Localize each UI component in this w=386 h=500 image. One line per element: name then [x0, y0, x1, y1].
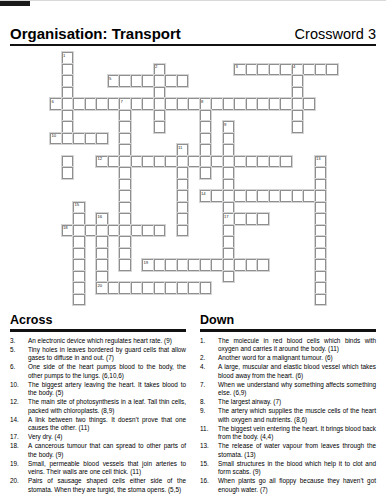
grid-cell[interactable]	[315, 190, 327, 202]
clue-item-text: Small, permeable blood vessels that join…	[23, 460, 186, 477]
blocked-cell	[188, 167, 200, 179]
grid-cell[interactable]	[246, 213, 258, 225]
grid-cell[interactable]	[119, 75, 131, 87]
grid-cell[interactable]	[142, 156, 154, 168]
grid-cell[interactable]	[119, 190, 131, 202]
blocked-cell	[269, 167, 281, 179]
grid-cell[interactable]	[257, 98, 269, 110]
grid-cell[interactable]	[188, 282, 200, 294]
clue-item: 11.The biggest vein entering the heart. …	[200, 425, 376, 442]
grid-cell[interactable]	[131, 282, 143, 294]
grid-cell[interactable]	[177, 75, 189, 87]
grid-cell[interactable]: 20	[96, 282, 108, 294]
blocked-cell	[154, 202, 166, 214]
blocked-cell	[96, 144, 108, 156]
blocked-cell	[280, 236, 292, 248]
grid-cell[interactable]	[96, 133, 108, 145]
grid-cell[interactable]	[200, 259, 212, 271]
grid-cell[interactable]	[188, 259, 200, 271]
grid-cell[interactable]	[188, 156, 200, 168]
grid-cell[interactable]	[62, 64, 74, 76]
grid-cell[interactable]	[303, 64, 315, 76]
grid-cell[interactable]	[96, 259, 108, 271]
grid-cell[interactable]	[292, 98, 304, 110]
blocked-cell	[73, 110, 85, 122]
grid-cell[interactable]	[177, 225, 189, 237]
grid-cell[interactable]	[131, 98, 143, 110]
grid-cell[interactable]	[73, 213, 85, 225]
clue-item-number: 17.	[10, 433, 23, 442]
grid-cell[interactable]	[211, 190, 223, 202]
blocked-cell	[292, 248, 304, 260]
blocked-cell	[292, 213, 304, 225]
grid-cell[interactable]	[246, 259, 258, 271]
blocked-cell	[234, 248, 246, 260]
grid-cell[interactable]	[73, 294, 85, 306]
grid-cell[interactable]	[73, 271, 85, 283]
grid-cell[interactable]	[73, 248, 85, 260]
blocked-cell	[142, 236, 154, 248]
grid-cell[interactable]	[96, 248, 108, 260]
grid-cell[interactable]	[119, 248, 131, 260]
blocked-cell	[246, 271, 258, 283]
clue-item-text: The main site of photosynthesis in a lea…	[23, 398, 186, 415]
header-rule	[10, 44, 376, 46]
blocked-cell	[326, 133, 338, 145]
blocked-cell	[280, 167, 292, 179]
blocked-cell	[269, 179, 281, 191]
grid-cell[interactable]	[119, 282, 131, 294]
blocked-cell	[50, 52, 62, 64]
grid-cell[interactable]: 6	[50, 98, 62, 110]
grid-cell[interactable]	[234, 213, 246, 225]
grid-cell[interactable]	[108, 156, 120, 168]
grid-cell[interactable]	[62, 75, 74, 87]
grid-cell[interactable]: 17	[223, 213, 235, 225]
blocked-cell	[154, 271, 166, 283]
blocked-cell	[131, 236, 143, 248]
blocked-cell	[131, 179, 143, 191]
grid-cell[interactable]	[154, 282, 166, 294]
blocked-cell	[142, 121, 154, 133]
grid-cell[interactable]	[246, 98, 258, 110]
grid-cell[interactable]: 5	[108, 75, 120, 87]
grid-cell[interactable]	[85, 98, 97, 110]
grid-cell[interactable]	[315, 225, 327, 237]
grid-cell[interactable]: 10	[50, 133, 62, 145]
grid-cell[interactable]	[280, 98, 292, 110]
grid-cell[interactable]	[223, 225, 235, 237]
blocked-cell	[131, 202, 143, 214]
blocked-cell	[188, 64, 200, 76]
grid-cell[interactable]	[211, 98, 223, 110]
clue-item-number: 10.	[10, 381, 23, 398]
grid-cell[interactable]	[96, 98, 108, 110]
grid-cell[interactable]: 13	[315, 156, 327, 168]
grid-cell[interactable]	[62, 133, 74, 145]
grid-cell[interactable]	[315, 236, 327, 248]
blocked-cell	[108, 179, 120, 191]
grid-cell[interactable]	[154, 98, 166, 110]
blocked-cell	[280, 294, 292, 306]
grid-cell[interactable]	[200, 167, 212, 179]
blocked-cell	[177, 52, 189, 64]
clue-item-text: A large, muscular and elastic blood vess…	[213, 363, 376, 380]
grid-cell[interactable]	[257, 259, 269, 271]
blocked-cell	[73, 52, 85, 64]
grid-cell[interactable]	[177, 259, 189, 271]
blocked-cell	[200, 225, 212, 237]
grid-cell[interactable]	[246, 64, 258, 76]
blocked-cell	[108, 271, 120, 283]
grid-cell[interactable]	[131, 225, 143, 237]
blocked-cell	[269, 110, 281, 122]
blocked-cell	[188, 144, 200, 156]
grid-cell[interactable]: 1	[62, 52, 74, 64]
grid-cell[interactable]: 9	[223, 121, 235, 133]
grid-cell[interactable]	[246, 156, 258, 168]
grid-cell[interactable]: 7	[119, 98, 131, 110]
grid-cell[interactable]	[154, 110, 166, 122]
blocked-cell	[50, 202, 62, 214]
grid-cell[interactable]	[177, 202, 189, 214]
grid-cell[interactable]	[223, 202, 235, 214]
grid-cell[interactable]	[154, 156, 166, 168]
grid-cell[interactable]	[326, 64, 338, 76]
blocked-cell	[269, 144, 281, 156]
grid-cell[interactable]	[73, 225, 85, 237]
grid-cell[interactable]: 14	[200, 190, 212, 202]
blocked-cell	[303, 248, 315, 260]
grid-cell[interactable]	[223, 190, 235, 202]
grid-cell[interactable]	[315, 271, 327, 283]
clue-item-number: 18.	[10, 442, 23, 459]
grid-cell[interactable]	[131, 75, 143, 87]
blocked-cell	[154, 248, 166, 260]
grid-cell[interactable]	[234, 156, 246, 168]
clue-item-text: When we understand why something affects…	[213, 381, 376, 398]
clue-item: 1.The molecule in red blood cells which …	[200, 337, 376, 354]
blocked-cell	[234, 52, 246, 64]
grid-cell[interactable]	[62, 121, 74, 133]
grid-cell[interactable]	[119, 144, 131, 156]
blocked-cell	[280, 87, 292, 99]
clue-item: 3.An electronic device which regulates h…	[10, 337, 186, 346]
blocked-cell	[211, 144, 223, 156]
grid-cell[interactable]	[200, 110, 212, 122]
blocked-cell	[315, 144, 327, 156]
grid-cell[interactable]	[315, 167, 327, 179]
grid-cell[interactable]	[119, 133, 131, 145]
blocked-cell	[108, 167, 120, 179]
blocked-cell	[50, 282, 62, 294]
grid-cell[interactable]	[292, 190, 304, 202]
grid-cell[interactable]	[165, 156, 177, 168]
grid-cell[interactable]	[177, 167, 189, 179]
grid-cell[interactable]	[165, 282, 177, 294]
blocked-cell	[96, 52, 108, 64]
grid-cell[interactable]	[223, 179, 235, 191]
grid-cell[interactable]: 12	[96, 156, 108, 168]
grid-cell[interactable]	[200, 156, 212, 168]
grid-cell[interactable]	[188, 98, 200, 110]
grid-cell[interactable]	[85, 225, 97, 237]
blocked-cell	[280, 133, 292, 145]
clue-item-number: 19.	[10, 460, 23, 477]
clue-item: 2.Another word for a malignant tumour. (…	[200, 354, 376, 363]
across-heading: Across	[10, 313, 186, 327]
blocked-cell	[269, 75, 281, 87]
grid-cell[interactable]	[62, 156, 74, 168]
grid-cell[interactable]	[234, 259, 246, 271]
grid-cell[interactable]	[257, 156, 269, 168]
grid-cell[interactable]	[154, 87, 166, 99]
blocked-cell	[326, 98, 338, 110]
grid-cell[interactable]	[119, 110, 131, 122]
grid-cell[interactable]	[269, 64, 281, 76]
grid-cell[interactable]: 4	[292, 64, 304, 76]
grid-cell[interactable]	[315, 64, 327, 76]
grid-cell[interactable]	[200, 144, 212, 156]
blocked-cell	[234, 121, 246, 133]
blocked-cell	[165, 236, 177, 248]
blocked-cell	[246, 179, 258, 191]
grid-cell[interactable]	[315, 259, 327, 271]
grid-cell[interactable]	[257, 213, 269, 225]
grid-cell[interactable]	[154, 121, 166, 133]
blocked-cell	[257, 133, 269, 145]
grid-cell[interactable]	[119, 202, 131, 214]
grid-cell[interactable]	[131, 156, 143, 168]
grid-cell[interactable]	[280, 64, 292, 76]
blocked-cell	[234, 75, 246, 87]
grid-cell[interactable]	[246, 190, 258, 202]
grid-cell[interactable]	[315, 248, 327, 260]
blocked-cell	[154, 133, 166, 145]
grid-cell[interactable]	[200, 121, 212, 133]
grid-cell[interactable]	[119, 156, 131, 168]
clue-item-number: 12.	[10, 398, 23, 415]
grid-cell[interactable]	[154, 75, 166, 87]
grid-cell[interactable]	[315, 213, 327, 225]
grid-cell[interactable]: 3	[234, 64, 246, 76]
blocked-cell	[188, 202, 200, 214]
grid-cell[interactable]	[223, 248, 235, 260]
grid-cell[interactable]	[257, 64, 269, 76]
grid-cell[interactable]	[177, 282, 189, 294]
grid-cell[interactable]	[177, 190, 189, 202]
clue-item: 19.Small, permeable blood vessels that j…	[10, 460, 186, 477]
blocked-cell	[50, 75, 62, 87]
clue-number: 11	[178, 145, 182, 150]
grid-cell[interactable]	[223, 167, 235, 179]
grid-cell[interactable]	[211, 259, 223, 271]
blocked-cell	[211, 271, 223, 283]
blocked-cell	[269, 294, 281, 306]
grid-cell[interactable]	[280, 156, 292, 168]
grid-cell[interactable]	[142, 282, 154, 294]
grid-cell[interactable]	[200, 282, 212, 294]
grid-cell[interactable]: 15	[73, 202, 85, 214]
grid-cell[interactable]: 19	[142, 259, 154, 271]
grid-cell[interactable]	[73, 236, 85, 248]
grid-cell[interactable]	[119, 179, 131, 191]
blocked-cell	[62, 248, 74, 260]
blocked-cell	[269, 133, 281, 145]
blocked-cell	[315, 98, 327, 110]
grid-cell[interactable]	[177, 179, 189, 191]
grid-cell[interactable]	[177, 98, 189, 110]
blocked-cell	[154, 144, 166, 156]
blocked-cell	[142, 167, 154, 179]
grid-cell[interactable]	[303, 190, 315, 202]
grid-cell[interactable]	[119, 236, 131, 248]
grid-cell[interactable]: 11	[177, 144, 189, 156]
grid-cell[interactable]	[269, 156, 281, 168]
clue-item: 16.When plants go all floppy because the…	[200, 477, 376, 494]
grid-cell[interactable]	[108, 225, 120, 237]
grid-cell[interactable]	[96, 271, 108, 283]
grid-cell[interactable]	[223, 236, 235, 248]
grid-cell[interactable]	[73, 98, 85, 110]
grid-cell[interactable]	[177, 213, 189, 225]
blocked-cell	[177, 87, 189, 99]
clue-item: 18.A cancerous tumour that can spread to…	[10, 442, 186, 459]
blocked-cell	[108, 52, 120, 64]
blocked-cell	[62, 294, 74, 306]
grid-cell[interactable]	[223, 271, 235, 283]
blocked-cell	[119, 87, 131, 99]
blocked-cell	[303, 179, 315, 191]
grid-cell[interactable]	[62, 110, 74, 122]
blocked-cell	[188, 271, 200, 283]
blocked-cell	[280, 144, 292, 156]
grid-cell[interactable]	[62, 167, 74, 179]
grid-cell[interactable]	[223, 98, 235, 110]
clue-number: 13	[316, 156, 321, 161]
grid-cell[interactable]	[292, 75, 304, 87]
grid-cell[interactable]	[234, 190, 246, 202]
grid-cell[interactable]	[119, 213, 131, 225]
grid-cell[interactable]	[154, 225, 166, 237]
blocked-cell	[50, 179, 62, 191]
grid-cell[interactable]	[269, 98, 281, 110]
grid-cell[interactable]	[119, 259, 131, 271]
grid-cell[interactable]	[165, 98, 177, 110]
grid-cell[interactable]	[223, 144, 235, 156]
grid-cell[interactable]	[315, 202, 327, 214]
grid-cell[interactable]	[108, 98, 120, 110]
grid-cell[interactable]: 16	[96, 213, 108, 225]
clue-item: 17.Very dry. (4)	[10, 433, 186, 442]
blocked-cell	[154, 236, 166, 248]
grid-cell[interactable]	[142, 98, 154, 110]
blocked-cell	[154, 213, 166, 225]
grid-cell[interactable]	[73, 259, 85, 271]
grid-cell[interactable]	[165, 259, 177, 271]
blocked-cell	[257, 144, 269, 156]
grid-cell[interactable]	[280, 190, 292, 202]
blocked-cell	[303, 133, 315, 145]
blocked-cell	[303, 271, 315, 283]
blocked-cell	[280, 52, 292, 64]
grid-cell[interactable]	[96, 236, 108, 248]
grid-cell[interactable]	[96, 225, 108, 237]
blocked-cell	[211, 110, 223, 122]
blocked-cell	[326, 167, 338, 179]
grid-cell[interactable]	[292, 110, 304, 122]
grid-cell[interactable]	[154, 259, 166, 271]
grid-cell[interactable]	[85, 133, 97, 145]
blocked-cell	[119, 64, 131, 76]
blocked-cell	[292, 202, 304, 214]
grid-cell[interactable]	[119, 167, 131, 179]
grid-cell[interactable]	[119, 121, 131, 133]
blocked-cell	[142, 248, 154, 260]
grid-cell[interactable]	[315, 294, 327, 306]
grid-cell[interactable]	[303, 98, 315, 110]
grid-cell[interactable]	[200, 133, 212, 145]
grid-cell[interactable]	[62, 87, 74, 99]
grid-cell[interactable]	[211, 156, 223, 168]
clue-item-text: Small structures in the blood which help…	[213, 460, 376, 477]
clue-number: 18	[63, 225, 68, 230]
blocked-cell	[315, 75, 327, 87]
clue-item-text: When plants go all floppy because they h…	[213, 477, 376, 494]
grid-cell[interactable]	[223, 259, 235, 271]
grid-cell[interactable]: 2	[154, 64, 166, 76]
grid-cell[interactable]	[177, 156, 189, 168]
grid-cell[interactable]: 8	[200, 98, 212, 110]
grid-cell[interactable]	[142, 75, 154, 87]
blocked-cell	[292, 133, 304, 145]
grid-cell[interactable]	[234, 98, 246, 110]
grid-cell[interactable]: 18	[62, 225, 74, 237]
blocked-cell	[154, 190, 166, 202]
blocked-cell	[234, 87, 246, 99]
grid-cell[interactable]	[223, 156, 235, 168]
grid-cell[interactable]	[257, 190, 269, 202]
blocked-cell	[326, 144, 338, 156]
blocked-cell	[303, 213, 315, 225]
blocked-cell	[200, 64, 212, 76]
blocked-cell	[292, 156, 304, 168]
grid-cell[interactable]	[73, 133, 85, 145]
blocked-cell	[211, 202, 223, 214]
blocked-cell	[165, 52, 177, 64]
blocked-cell	[165, 248, 177, 260]
grid-cell[interactable]	[269, 190, 281, 202]
blocked-cell	[257, 202, 269, 214]
blocked-cell	[303, 75, 315, 87]
grid-cell[interactable]	[292, 87, 304, 99]
grid-cell[interactable]	[108, 282, 120, 294]
grid-cell[interactable]	[315, 282, 327, 294]
grid-cell[interactable]	[62, 98, 74, 110]
grid-cell[interactable]	[165, 75, 177, 87]
clue-item: 10.The biggest artery leaving the heart.…	[10, 381, 186, 398]
grid-cell[interactable]	[142, 225, 154, 237]
blocked-cell	[50, 190, 62, 202]
grid-cell[interactable]	[223, 133, 235, 145]
grid-cell[interactable]	[292, 121, 304, 133]
clue-item: 8.The largest airway. (7)	[200, 398, 376, 407]
grid-cell[interactable]	[315, 179, 327, 191]
blocked-cell	[85, 52, 97, 64]
grid-cell[interactable]	[73, 282, 85, 294]
blocked-cell	[177, 121, 189, 133]
grid-cell[interactable]	[119, 225, 131, 237]
